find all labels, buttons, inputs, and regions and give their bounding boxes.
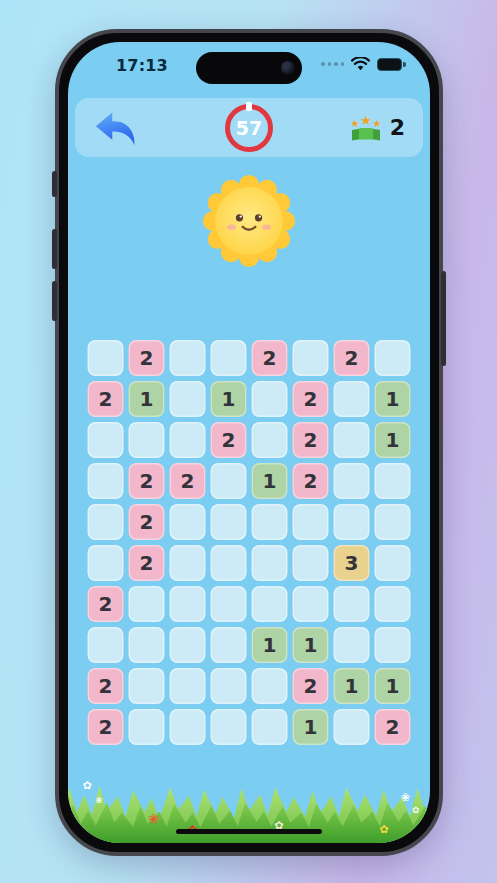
grid-cell[interactable] xyxy=(129,709,165,745)
grid-cell[interactable]: 1 xyxy=(334,668,370,704)
mute-switch[interactable] xyxy=(52,171,57,197)
flower-decoration: ❀ xyxy=(148,812,159,825)
grid-cell[interactable] xyxy=(88,422,124,458)
grid-cell[interactable]: 1 xyxy=(211,381,247,417)
grid-cell[interactable] xyxy=(88,340,124,376)
grid-cell[interactable] xyxy=(211,545,247,581)
flower-decoration: ✿ xyxy=(82,780,91,791)
dynamic-island xyxy=(196,52,302,84)
grid-cell[interactable]: 2 xyxy=(129,463,165,499)
wifi-icon xyxy=(351,57,370,71)
grid-cell[interactable] xyxy=(334,381,370,417)
timer-value: 57 xyxy=(236,117,262,139)
grid-cell[interactable]: 2 xyxy=(293,422,329,458)
camera-dot xyxy=(281,61,295,75)
grid-cell[interactable] xyxy=(293,504,329,540)
power-button[interactable] xyxy=(441,271,446,366)
grid-cell[interactable]: 2 xyxy=(293,463,329,499)
grid-cell[interactable] xyxy=(211,340,247,376)
timer-tick xyxy=(246,102,252,111)
grid-cell[interactable] xyxy=(170,422,206,458)
grid-cell[interactable]: 2 xyxy=(293,381,329,417)
grid-cell[interactable] xyxy=(334,463,370,499)
grid-cell[interactable] xyxy=(211,586,247,622)
back-button[interactable] xyxy=(93,108,137,148)
grid-cell[interactable] xyxy=(170,627,206,663)
volume-down-button[interactable] xyxy=(52,281,57,321)
grid-cell[interactable] xyxy=(375,627,411,663)
svg-text:★: ★ xyxy=(350,118,359,129)
grid-cell[interactable] xyxy=(88,545,124,581)
grid-cell[interactable] xyxy=(293,586,329,622)
grid-cell[interactable]: 2 xyxy=(334,340,370,376)
grid-cell[interactable] xyxy=(211,627,247,663)
grid-cell[interactable] xyxy=(129,586,165,622)
svg-text:★: ★ xyxy=(360,114,372,128)
grid-cell[interactable] xyxy=(170,668,206,704)
grid-cell[interactable]: 2 xyxy=(88,381,124,417)
battery-icon xyxy=(377,58,402,71)
grid-cell[interactable]: 1 xyxy=(252,463,288,499)
svg-text:★: ★ xyxy=(372,118,381,129)
grid-cell[interactable] xyxy=(170,340,206,376)
timer-ring: 57 xyxy=(225,104,273,152)
nav-bar: 57 ★ ★ ★ 2 xyxy=(75,98,423,157)
grid-cell[interactable] xyxy=(334,422,370,458)
grid-cell[interactable] xyxy=(334,586,370,622)
grid-cell[interactable] xyxy=(252,586,288,622)
grid-cell[interactable] xyxy=(334,627,370,663)
grid-cell[interactable] xyxy=(170,504,206,540)
flower-decoration: ✿ xyxy=(379,824,388,835)
grid-cell[interactable] xyxy=(211,709,247,745)
grid-cell[interactable] xyxy=(375,586,411,622)
stars-trophy-icon: ★ ★ ★ xyxy=(348,114,384,142)
grid-cell[interactable]: 2 xyxy=(129,545,165,581)
grid-cell[interactable]: 2 xyxy=(211,422,247,458)
grid-cell[interactable] xyxy=(129,422,165,458)
grid-cell[interactable]: 2 xyxy=(88,586,124,622)
flower-decoration: ✿ xyxy=(412,806,420,815)
grid-cell[interactable]: 2 xyxy=(129,340,165,376)
grid-cell[interactable] xyxy=(375,340,411,376)
grid-cell[interactable] xyxy=(170,545,206,581)
grid-cell[interactable]: 2 xyxy=(129,504,165,540)
score-value: 2 xyxy=(390,115,405,140)
grid-cell[interactable] xyxy=(252,668,288,704)
grid-cell[interactable] xyxy=(252,422,288,458)
grid-cell[interactable] xyxy=(88,627,124,663)
grid-cell[interactable] xyxy=(252,545,288,581)
home-indicator[interactable] xyxy=(176,829,322,835)
sun-mascot xyxy=(196,168,302,274)
grid-cell[interactable]: 1 xyxy=(129,381,165,417)
grid-cell[interactable] xyxy=(129,627,165,663)
grid-cell[interactable]: 1 xyxy=(375,422,411,458)
grid-cell[interactable] xyxy=(88,463,124,499)
grid-cell[interactable] xyxy=(252,504,288,540)
grid-cell[interactable]: 1 xyxy=(293,709,329,745)
grid-cell[interactable]: 2 xyxy=(293,668,329,704)
grid-cell[interactable]: 2 xyxy=(252,340,288,376)
grid-cell[interactable] xyxy=(375,504,411,540)
grid-cell[interactable]: 1 xyxy=(375,668,411,704)
grid-cell[interactable] xyxy=(293,340,329,376)
grid-cell[interactable] xyxy=(293,545,329,581)
grid-cell[interactable] xyxy=(170,586,206,622)
clock-text: 17:13 xyxy=(116,56,168,75)
grid-cell[interactable]: 2 xyxy=(170,463,206,499)
timer: 57 xyxy=(225,104,273,152)
cellular-signal-icon xyxy=(321,62,344,66)
phone-frame: 17:13 xyxy=(55,29,443,856)
grid-cell[interactable]: 1 xyxy=(375,381,411,417)
flower-decoration: ❀ xyxy=(401,792,410,803)
grid-cell[interactable] xyxy=(375,545,411,581)
grid-cell[interactable] xyxy=(334,709,370,745)
grid-cell[interactable]: 1 xyxy=(252,627,288,663)
flower-decoration: ❀ xyxy=(95,796,103,805)
grid-cell[interactable]: 3 xyxy=(334,545,370,581)
puzzle-grid: 2222112122122122232112211212 xyxy=(88,340,411,745)
app-screen: 17:13 xyxy=(68,42,430,843)
grid-cell[interactable]: 2 xyxy=(88,668,124,704)
grid-cell[interactable] xyxy=(334,504,370,540)
status-bar: 17:13 xyxy=(68,54,430,78)
volume-up-button[interactable] xyxy=(52,229,57,269)
grass-front-layer xyxy=(68,797,430,843)
grid-cell[interactable] xyxy=(88,504,124,540)
grid-cell[interactable] xyxy=(375,463,411,499)
grid-cell[interactable]: 2 xyxy=(88,709,124,745)
grid-cell[interactable] xyxy=(211,504,247,540)
grid-cell[interactable] xyxy=(252,709,288,745)
score-area: ★ ★ ★ 2 xyxy=(348,114,405,142)
grid-cell[interactable] xyxy=(170,381,206,417)
grid-cell[interactable] xyxy=(252,381,288,417)
grid-cell[interactable] xyxy=(170,709,206,745)
grid-cell[interactable] xyxy=(211,668,247,704)
grid-cell[interactable] xyxy=(129,668,165,704)
grid-cell[interactable]: 2 xyxy=(375,709,411,745)
grid-cell[interactable]: 1 xyxy=(293,627,329,663)
grid-cell[interactable] xyxy=(211,463,247,499)
